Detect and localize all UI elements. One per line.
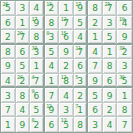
- cell-r1c1[interactable]: 265: [1, 1, 16, 16]
- cell-r9c4[interactable]: 6: [45, 117, 60, 132]
- cell-r5c1[interactable]: 9: [1, 59, 16, 74]
- cell-digit: 5: [107, 31, 113, 42]
- cell-r9c1[interactable]: 1: [1, 117, 16, 132]
- cage-sum: 23: [104, 2, 109, 7]
- cell-r7c1[interactable]: 3: [1, 88, 16, 103]
- cell-digit: 2: [34, 119, 40, 130]
- cell-digit: 3: [63, 104, 69, 115]
- cell-digit: 7: [49, 90, 55, 101]
- cell-r9c9[interactable]: 7: [117, 117, 132, 132]
- cell-digit: 3: [122, 60, 128, 71]
- cage-sum: 8: [46, 31, 49, 36]
- cage-sum: 26: [3, 2, 8, 7]
- cage-sum: 13: [61, 118, 66, 123]
- cell-r9c3[interactable]: 82: [30, 117, 45, 132]
- cell-digit: 6: [19, 46, 25, 57]
- cage-sum: 12: [61, 75, 66, 80]
- cell-r4c8[interactable]: 1: [103, 45, 118, 60]
- cell-digit: 6: [5, 17, 11, 28]
- cell-digit: 4: [92, 46, 98, 57]
- cage-sum: 11: [75, 46, 80, 51]
- cell-digit: 4: [49, 60, 55, 71]
- cell-r4c7[interactable]: 4: [88, 45, 103, 60]
- cage-sum: 17: [75, 2, 80, 7]
- cell-r9c6[interactable]: 8: [74, 117, 89, 132]
- cell-r5c5[interactable]: 2: [59, 59, 74, 74]
- cage-sum: 20: [17, 31, 22, 36]
- cell-r2c9[interactable]: 194: [117, 16, 132, 31]
- cell-digit: 7: [122, 119, 128, 130]
- cell-r2c2[interactable]: 1: [16, 16, 31, 31]
- cell-r8c3[interactable]: 5: [30, 103, 45, 118]
- cell-r8c2[interactable]: 4: [16, 103, 31, 118]
- cell-r4c2[interactable]: 6: [16, 45, 31, 60]
- cage-sum: 12: [61, 17, 66, 22]
- cell-r1c8[interactable]: 237: [103, 1, 118, 16]
- cell-digit: 2: [107, 104, 113, 115]
- cell-digit: 1: [122, 90, 128, 101]
- cell-digit: 3: [49, 31, 55, 42]
- cell-r1c4[interactable]: 132: [45, 1, 60, 16]
- cell-digit: 7: [34, 75, 40, 86]
- cell-digit: 6: [34, 90, 40, 101]
- cell-digit: 4: [77, 31, 83, 42]
- cell-r3c9[interactable]: 9: [117, 30, 132, 45]
- cell-r1c9[interactable]: 6: [117, 1, 132, 16]
- cage-sum: 19: [119, 17, 124, 22]
- cell-digit: 2: [63, 60, 69, 71]
- cell-r9c8[interactable]: 4: [103, 117, 118, 132]
- cell-r8c1[interactable]: 7: [1, 103, 16, 118]
- cell-digit: 6: [92, 104, 98, 115]
- cell-digit: 3: [107, 17, 113, 28]
- cell-r8c9[interactable]: 8: [117, 103, 132, 118]
- cell-r5c2[interactable]: 5: [16, 59, 31, 74]
- cell-digit: 3: [5, 90, 11, 101]
- cell-digit: 9: [92, 75, 98, 86]
- cell-r3c8[interactable]: 5: [103, 30, 118, 45]
- cell-r7c7[interactable]: 5: [88, 88, 103, 103]
- cell-digit: 2: [77, 90, 83, 101]
- cell-digit: 3: [77, 75, 83, 86]
- cell-digit: 3: [19, 2, 25, 13]
- cell-r5c8[interactable]: 8: [103, 59, 118, 74]
- cell-digit: 4: [19, 104, 25, 115]
- cell-digit: 6: [77, 60, 83, 71]
- cell-digit: 6: [122, 2, 128, 13]
- cell-r6c2[interactable]: 202: [16, 74, 31, 89]
- cell-digit: 4: [5, 75, 11, 86]
- cell-r7c4[interactable]: 7: [45, 88, 60, 103]
- cell-r9c7[interactable]: 3: [88, 117, 103, 132]
- cell-digit: 2: [92, 17, 98, 28]
- cell-r6c3[interactable]: 47: [30, 74, 45, 89]
- cell-r7c9[interactable]: 1: [117, 88, 132, 103]
- cage-sum: 7: [75, 104, 78, 109]
- cell-digit: 8: [92, 2, 98, 13]
- cell-digit: 4: [34, 2, 40, 13]
- cell-r3c2[interactable]: 207: [16, 30, 31, 45]
- cell-digit: 9: [122, 31, 128, 42]
- cell-r6c8[interactable]: 6: [103, 74, 118, 89]
- cell-r7c5[interactable]: 4: [59, 88, 74, 103]
- cell-r2c4[interactable]: 8: [45, 16, 60, 31]
- cell-r5c9[interactable]: 3: [117, 59, 132, 74]
- cage-sum: 13: [46, 2, 51, 7]
- cell-r3c3[interactable]: 8: [30, 30, 45, 45]
- cell-digit: 5: [49, 46, 55, 57]
- cell-digit: 5: [34, 104, 40, 115]
- cell-r3c5[interactable]: 156: [59, 30, 74, 45]
- cell-r3c1[interactable]: 2: [1, 30, 16, 45]
- cell-digit: 1: [49, 75, 55, 86]
- cell-r2c1[interactable]: 6: [1, 16, 16, 31]
- cell-r4c1[interactable]: 8: [1, 45, 16, 60]
- cell-r7c2[interactable]: 8: [16, 88, 31, 103]
- cell-digit: 9: [5, 60, 11, 71]
- cell-r1c7[interactable]: 8: [88, 1, 103, 16]
- cell-digit: 8: [122, 104, 128, 115]
- cell-digit: 8: [19, 90, 25, 101]
- cell-r2c3[interactable]: 179: [30, 16, 45, 31]
- cell-r3c7[interactable]: 1: [88, 30, 103, 45]
- cell-r5c6[interactable]: 6: [74, 59, 89, 74]
- cell-r1c3[interactable]: 4: [30, 1, 45, 16]
- cell-r3c6[interactable]: 4: [74, 30, 89, 45]
- cage-sum: 17: [32, 17, 37, 22]
- cell-digit: 9: [107, 90, 113, 101]
- cell-r9c5[interactable]: 135: [59, 117, 74, 132]
- cell-digit: 8: [77, 119, 83, 130]
- cell-digit: 6: [49, 119, 55, 130]
- cell-r1c5[interactable]: 1: [59, 1, 74, 16]
- cell-digit: 8: [5, 46, 11, 57]
- cell-digit: 1: [92, 31, 98, 42]
- cell-r9c2[interactable]: 9: [16, 117, 31, 132]
- cell-r7c3[interactable]: 96: [30, 88, 45, 103]
- cage-sum: 9: [32, 89, 35, 94]
- cell-r8c6[interactable]: 71: [74, 103, 89, 118]
- cell-digit: 7: [5, 104, 11, 115]
- cell-digit: 9: [63, 46, 69, 57]
- cell-digit: 8: [49, 17, 55, 28]
- cell-digit: 7: [92, 60, 98, 71]
- cage-sum: 8: [32, 118, 35, 123]
- cell-r6c6[interactable]: 53: [74, 74, 89, 89]
- cell-r1c6[interactable]: 179: [74, 1, 89, 16]
- cell-r2c7[interactable]: 2: [88, 16, 103, 31]
- cell-digit: 1: [5, 119, 11, 130]
- cell-digit: 1: [63, 2, 69, 13]
- cell-r4c3[interactable]: 323: [30, 45, 45, 60]
- cell-r6c1[interactable]: 4: [1, 74, 16, 89]
- cell-r8c8[interactable]: 2: [103, 103, 118, 118]
- cell-r8c4[interactable]: 129: [45, 103, 60, 118]
- cage-sum: 5: [75, 75, 78, 80]
- cell-r6c9[interactable]: 305: [117, 74, 132, 89]
- cell-r1c2[interactable]: 3: [16, 1, 31, 16]
- cell-r6c7[interactable]: 9: [88, 74, 103, 89]
- cell-digit: 5: [19, 60, 25, 71]
- cell-digit: 1: [19, 17, 25, 28]
- sudoku-board: 2653413211798237661179812752319422078831…: [0, 0, 133, 133]
- cage-sum: 20: [17, 75, 22, 80]
- cell-digit: 8: [34, 31, 40, 42]
- cell-digit: 4: [63, 90, 69, 101]
- cell-r2c5[interactable]: 127: [59, 16, 74, 31]
- cell-r8c7[interactable]: 6: [88, 103, 103, 118]
- cell-digit: 2: [5, 31, 11, 42]
- cell-r4c9[interactable]: 332: [117, 45, 132, 60]
- cage-sum: 4: [32, 75, 35, 80]
- cell-r2c6[interactable]: 5: [74, 16, 89, 31]
- cell-digit: 1: [77, 104, 83, 115]
- cell-r5c4[interactable]: 4: [45, 59, 60, 74]
- cage-sum: 30: [119, 75, 124, 80]
- cell-digit: 1: [107, 46, 113, 57]
- cell-r6c5[interactable]: 128: [59, 74, 74, 89]
- cell-r4c6[interactable]: 117: [74, 45, 89, 60]
- cell-r8c5[interactable]: 3: [59, 103, 74, 118]
- cell-r7c6[interactable]: 2: [74, 88, 89, 103]
- cell-digit: 4: [107, 119, 113, 130]
- cell-r4c4[interactable]: 5: [45, 45, 60, 60]
- cell-r2c8[interactable]: 3: [103, 16, 118, 31]
- cage-sum: 12: [46, 104, 51, 109]
- cell-digit: 9: [19, 119, 25, 130]
- cell-digit: 8: [107, 60, 113, 71]
- cell-digit: 1: [34, 60, 40, 71]
- cage-sum: 32: [32, 46, 37, 51]
- cell-r5c7[interactable]: 7: [88, 59, 103, 74]
- cell-digit: 5: [77, 17, 83, 28]
- cage-sum: 15: [61, 31, 66, 36]
- cell-r5c3[interactable]: 1: [30, 59, 45, 74]
- cell-digit: 5: [92, 90, 98, 101]
- cell-digit: 3: [92, 119, 98, 130]
- cell-r7c8[interactable]: 9: [103, 88, 118, 103]
- cell-r3c4[interactable]: 83: [45, 30, 60, 45]
- cage-sum: 33: [119, 46, 124, 51]
- cell-digit: 6: [107, 75, 113, 86]
- cell-r6c4[interactable]: 1: [45, 74, 60, 89]
- cell-r4c5[interactable]: 9: [59, 45, 74, 60]
